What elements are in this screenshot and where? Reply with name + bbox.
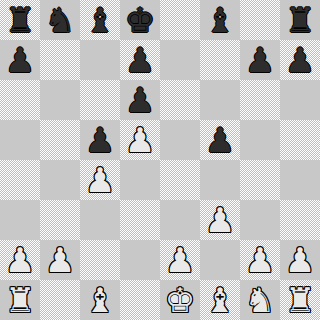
square-d7[interactable]: ♟	[120, 40, 160, 80]
square-g5[interactable]	[240, 120, 280, 160]
white-pawn-piece[interactable]: ♟	[160, 240, 200, 280]
square-a2[interactable]: ♟	[0, 240, 40, 280]
square-c6[interactable]	[80, 80, 120, 120]
square-d5[interactable]: ♟	[120, 120, 160, 160]
white-king-piece[interactable]: ♚	[160, 280, 200, 320]
black-rook-piece[interactable]: ♜	[280, 0, 320, 40]
black-king-piece[interactable]: ♚	[120, 0, 160, 40]
square-a7[interactable]: ♟	[0, 40, 40, 80]
square-c3[interactable]	[80, 200, 120, 240]
white-pawn-piece[interactable]: ♟	[240, 240, 280, 280]
square-g6[interactable]	[240, 80, 280, 120]
square-g3[interactable]	[240, 200, 280, 240]
square-e7[interactable]	[160, 40, 200, 80]
black-pawn-piece[interactable]: ♟	[240, 40, 280, 80]
chess-board: ♜♞♝♚♝♜♟♟♟♟♟♟♟♟♟♟♟♟♟♟♟♜♝♚♝♞♜	[0, 0, 320, 320]
square-c4[interactable]: ♟	[80, 160, 120, 200]
black-pawn-piece[interactable]: ♟	[120, 80, 160, 120]
square-d2[interactable]	[120, 240, 160, 280]
square-f5[interactable]: ♟	[200, 120, 240, 160]
white-pawn-piece[interactable]: ♟	[120, 120, 160, 160]
square-c7[interactable]	[80, 40, 120, 80]
square-c2[interactable]	[80, 240, 120, 280]
square-f1[interactable]: ♝	[200, 280, 240, 320]
square-h3[interactable]	[280, 200, 320, 240]
square-c5[interactable]: ♟	[80, 120, 120, 160]
square-b3[interactable]	[40, 200, 80, 240]
square-a8[interactable]: ♜	[0, 0, 40, 40]
square-e6[interactable]	[160, 80, 200, 120]
white-bishop-piece[interactable]: ♝	[200, 280, 240, 320]
square-e8[interactable]	[160, 0, 200, 40]
white-rook-piece[interactable]: ♜	[280, 280, 320, 320]
square-h7[interactable]: ♟	[280, 40, 320, 80]
square-g4[interactable]	[240, 160, 280, 200]
square-a1[interactable]: ♜	[0, 280, 40, 320]
square-h1[interactable]: ♜	[280, 280, 320, 320]
square-g8[interactable]	[240, 0, 280, 40]
square-d4[interactable]	[120, 160, 160, 200]
square-d1[interactable]	[120, 280, 160, 320]
black-pawn-piece[interactable]: ♟	[280, 40, 320, 80]
square-g2[interactable]: ♟	[240, 240, 280, 280]
square-d8[interactable]: ♚	[120, 0, 160, 40]
square-b4[interactable]	[40, 160, 80, 200]
black-bishop-piece[interactable]: ♝	[200, 0, 240, 40]
square-b2[interactable]: ♟	[40, 240, 80, 280]
chess-app-window: ♜♞♝♚♝♜♟♟♟♟♟♟♟♟♟♟♟♟♟♟♟♜♝♚♝♞♜	[0, 0, 320, 320]
black-pawn-piece[interactable]: ♟	[0, 40, 40, 80]
square-f2[interactable]	[200, 240, 240, 280]
square-h4[interactable]	[280, 160, 320, 200]
square-a6[interactable]	[0, 80, 40, 120]
black-pawn-piece[interactable]: ♟	[80, 120, 120, 160]
square-c1[interactable]: ♝	[80, 280, 120, 320]
white-pawn-piece[interactable]: ♟	[280, 240, 320, 280]
square-g7[interactable]: ♟	[240, 40, 280, 80]
square-d6[interactable]: ♟	[120, 80, 160, 120]
square-b8[interactable]: ♞	[40, 0, 80, 40]
square-f6[interactable]	[200, 80, 240, 120]
white-knight-piece[interactable]: ♞	[240, 280, 280, 320]
black-rook-piece[interactable]: ♜	[0, 0, 40, 40]
white-rook-piece[interactable]: ♜	[0, 280, 40, 320]
square-b5[interactable]	[40, 120, 80, 160]
square-h2[interactable]: ♟	[280, 240, 320, 280]
square-b6[interactable]	[40, 80, 80, 120]
black-bishop-piece[interactable]: ♝	[80, 0, 120, 40]
square-e3[interactable]	[160, 200, 200, 240]
square-c8[interactable]: ♝	[80, 0, 120, 40]
square-d3[interactable]	[120, 200, 160, 240]
square-f7[interactable]	[200, 40, 240, 80]
square-e5[interactable]	[160, 120, 200, 160]
square-a4[interactable]	[0, 160, 40, 200]
square-g1[interactable]: ♞	[240, 280, 280, 320]
square-e1[interactable]: ♚	[160, 280, 200, 320]
white-pawn-piece[interactable]: ♟	[40, 240, 80, 280]
square-h5[interactable]	[280, 120, 320, 160]
white-pawn-piece[interactable]: ♟	[200, 200, 240, 240]
square-b1[interactable]	[40, 280, 80, 320]
square-h6[interactable]	[280, 80, 320, 120]
square-b7[interactable]	[40, 40, 80, 80]
white-pawn-piece[interactable]: ♟	[0, 240, 40, 280]
square-f8[interactable]: ♝	[200, 0, 240, 40]
white-bishop-piece[interactable]: ♝	[80, 280, 120, 320]
square-f3[interactable]: ♟	[200, 200, 240, 240]
black-knight-piece[interactable]: ♞	[40, 0, 80, 40]
square-e4[interactable]	[160, 160, 200, 200]
square-e2[interactable]: ♟	[160, 240, 200, 280]
square-h8[interactable]: ♜	[280, 0, 320, 40]
black-pawn-piece[interactable]: ♟	[120, 40, 160, 80]
square-a3[interactable]	[0, 200, 40, 240]
square-a5[interactable]	[0, 120, 40, 160]
square-f4[interactable]	[200, 160, 240, 200]
black-pawn-piece[interactable]: ♟	[200, 120, 240, 160]
white-pawn-piece[interactable]: ♟	[80, 160, 120, 200]
